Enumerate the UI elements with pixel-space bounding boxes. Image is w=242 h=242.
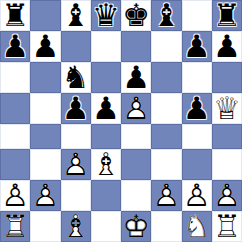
square-d7[interactable] — [91, 31, 121, 62]
black-pawn: ♟ — [31, 31, 59, 62]
white-knight: ♞♘ — [183, 211, 211, 242]
square-e8[interactable]: ♚ — [121, 0, 151, 31]
black-bishop: ♝ — [62, 0, 90, 31]
square-b1[interactable] — [30, 211, 60, 242]
square-a6[interactable] — [0, 62, 30, 93]
square-b4[interactable] — [30, 124, 60, 149]
square-a7[interactable]: ♟ — [0, 31, 30, 62]
square-d8[interactable]: ♛ — [91, 0, 121, 31]
square-f1[interactable] — [151, 211, 181, 242]
black-knight: ♞ — [62, 62, 90, 93]
square-b6[interactable] — [30, 62, 60, 93]
square-g8[interactable] — [182, 0, 212, 31]
square-h5[interactable]: ♛♕ — [212, 93, 242, 124]
square-h2[interactable]: ♟♙ — [212, 180, 242, 211]
square-e3[interactable] — [121, 149, 151, 180]
square-d2[interactable] — [91, 180, 121, 211]
black-pawn: ♟ — [92, 93, 120, 124]
black-pawn: ♟ — [62, 93, 90, 124]
square-a8[interactable]: ♜ — [0, 0, 30, 31]
square-g6[interactable] — [182, 62, 212, 93]
white-pawn: ♟♙ — [122, 93, 150, 124]
white-pawn: ♟♙ — [1, 180, 29, 211]
square-c5[interactable]: ♟ — [61, 93, 91, 124]
black-rook: ♜ — [1, 0, 29, 31]
square-h4[interactable] — [212, 124, 242, 149]
black-king: ♚ — [122, 0, 150, 31]
black-pawn: ♟ — [122, 62, 150, 93]
square-g5[interactable]: ♟ — [182, 93, 212, 124]
square-a5[interactable] — [0, 93, 30, 124]
black-pawn: ♟ — [213, 31, 241, 62]
square-f7[interactable] — [151, 31, 181, 62]
white-pawn: ♟♙ — [31, 180, 59, 211]
square-f8[interactable]: ♝ — [151, 0, 181, 31]
square-d6[interactable] — [91, 62, 121, 93]
square-g2[interactable]: ♟♙ — [182, 180, 212, 211]
square-g7[interactable]: ♟ — [182, 31, 212, 62]
square-b8[interactable] — [30, 0, 60, 31]
square-e5[interactable]: ♟♙ — [121, 93, 151, 124]
square-c8[interactable]: ♝ — [61, 0, 91, 31]
square-e7[interactable] — [121, 31, 151, 62]
black-rook: ♜ — [213, 0, 241, 31]
square-f4[interactable] — [151, 124, 181, 149]
square-e6[interactable]: ♟ — [121, 62, 151, 93]
square-g1[interactable]: ♞♘ — [182, 211, 212, 242]
white-rook: ♜♖ — [213, 211, 241, 242]
square-f3[interactable] — [151, 149, 181, 180]
square-a1[interactable]: ♜♖ — [0, 211, 30, 242]
chess-board: ♜♝♛♚♝♜♟♟♟♟♞♟♟♟♟♙♟♛♕♟♙♝♗♟♙♟♙♟♙♟♙♟♙♜♖♝♗♚♔♞… — [0, 0, 242, 242]
square-a3[interactable] — [0, 149, 30, 180]
square-b2[interactable]: ♟♙ — [30, 180, 60, 211]
square-d1[interactable] — [91, 211, 121, 242]
white-rook: ♜♖ — [1, 211, 29, 242]
square-d3[interactable]: ♝♗ — [91, 149, 121, 180]
square-e2[interactable] — [121, 180, 151, 211]
black-queen: ♛ — [92, 0, 120, 31]
square-c3[interactable]: ♟♙ — [61, 149, 91, 180]
square-f5[interactable] — [151, 93, 181, 124]
square-h6[interactable] — [212, 62, 242, 93]
square-h1[interactable]: ♜♖ — [212, 211, 242, 242]
square-e1[interactable]: ♚♔ — [121, 211, 151, 242]
square-c7[interactable] — [61, 31, 91, 62]
white-pawn: ♟♙ — [62, 149, 90, 180]
black-pawn: ♟ — [183, 93, 211, 124]
square-c2[interactable] — [61, 180, 91, 211]
square-g3[interactable] — [182, 149, 212, 180]
black-pawn: ♟ — [1, 31, 29, 62]
square-f2[interactable]: ♟♙ — [151, 180, 181, 211]
square-b3[interactable] — [30, 149, 60, 180]
white-pawn: ♟♙ — [152, 180, 180, 211]
square-h7[interactable]: ♟ — [212, 31, 242, 62]
square-b5[interactable] — [30, 93, 60, 124]
white-king: ♚♔ — [122, 211, 150, 242]
square-f6[interactable] — [151, 62, 181, 93]
square-e4[interactable] — [121, 124, 151, 149]
square-c6[interactable]: ♞ — [61, 62, 91, 93]
square-g4[interactable] — [182, 124, 212, 149]
square-h3[interactable] — [212, 149, 242, 180]
white-bishop: ♝♗ — [92, 149, 120, 180]
square-b7[interactable]: ♟ — [30, 31, 60, 62]
square-a2[interactable]: ♟♙ — [0, 180, 30, 211]
white-pawn: ♟♙ — [183, 180, 211, 211]
white-pawn: ♟♙ — [213, 180, 241, 211]
black-pawn: ♟ — [183, 31, 211, 62]
black-bishop: ♝ — [152, 0, 180, 31]
white-bishop: ♝♗ — [62, 211, 90, 242]
square-h8[interactable]: ♜ — [212, 0, 242, 31]
square-a4[interactable] — [0, 124, 30, 149]
square-c1[interactable]: ♝♗ — [61, 211, 91, 242]
white-queen: ♛♕ — [213, 93, 241, 124]
square-d5[interactable]: ♟ — [91, 93, 121, 124]
